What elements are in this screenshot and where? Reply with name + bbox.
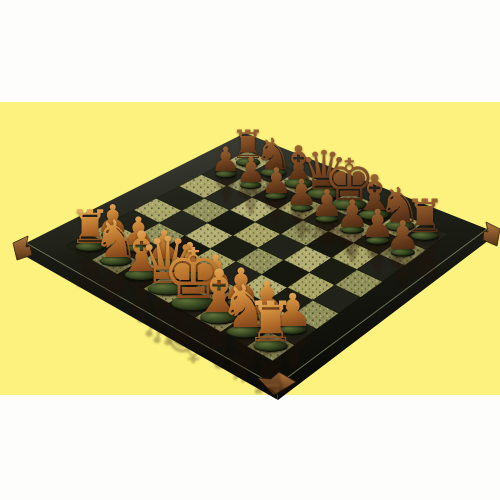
piece-glyph: ♟ [385, 216, 421, 256]
piece-glyph: ♜ [246, 295, 296, 350]
product-photo: ♜♜♞♞♟♟♝♝♟♟♛♛♟♟♚♚♟♟♝♝♟♟♞♞♟♟♟♟♜♜♟♟♜♜♟♟♟♟♞♞… [0, 0, 500, 500]
